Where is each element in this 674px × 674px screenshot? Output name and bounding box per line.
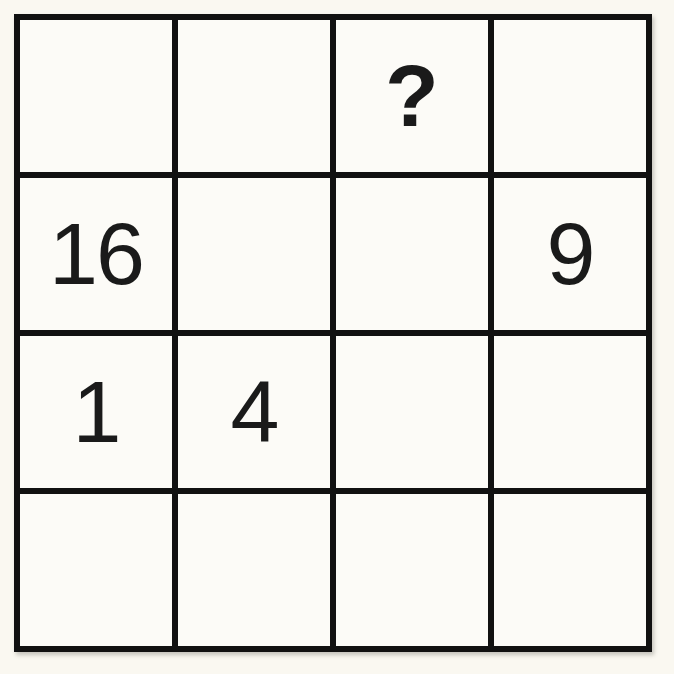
- grid-cell: [20, 494, 172, 646]
- puzzle-board: ? 16 9 1 4: [14, 14, 652, 652]
- grid-cell: [494, 20, 646, 172]
- grid-cell: ?: [336, 20, 488, 172]
- grid-cell: [336, 494, 488, 646]
- grid-cell: [494, 494, 646, 646]
- grid-cell: [336, 336, 488, 488]
- grid-cell: 4: [178, 336, 330, 488]
- grid-cell: [336, 178, 488, 330]
- grid-cell: [178, 178, 330, 330]
- grid-cell: 9: [494, 178, 646, 330]
- grid-cell: [494, 336, 646, 488]
- grid-cell: [178, 494, 330, 646]
- grid-cell: [20, 20, 172, 172]
- grid-cell: [178, 20, 330, 172]
- grid-cell: 16: [20, 178, 172, 330]
- grid-cell: 1: [20, 336, 172, 488]
